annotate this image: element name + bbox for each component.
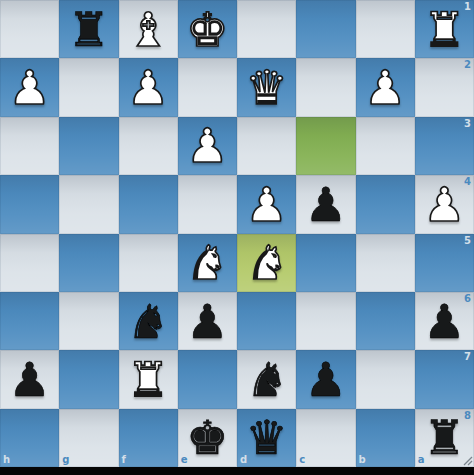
white-pawn[interactable]: ♟ <box>186 122 228 169</box>
square-f7[interactable]: ♜ <box>119 350 178 408</box>
square-g7[interactable] <box>59 350 118 408</box>
square-f4[interactable] <box>119 175 178 233</box>
square-h8[interactable]: h <box>0 409 59 467</box>
black-pawn[interactable]: ♟ <box>305 356 347 403</box>
square-a5[interactable]: 5 <box>415 234 474 292</box>
white-queen[interactable]: ♛ <box>246 64 288 111</box>
square-a7[interactable]: 7 <box>415 350 474 408</box>
square-a2[interactable]: 2 <box>415 58 474 116</box>
rank-label-7: 7 <box>464 352 471 362</box>
white-pawn[interactable]: ♟ <box>246 181 288 228</box>
square-c5[interactable] <box>296 234 355 292</box>
black-pawn[interactable]: ♟ <box>9 356 51 403</box>
file-label-c: c <box>299 455 305 465</box>
black-pawn[interactable]: ♟ <box>423 298 465 345</box>
square-d8[interactable]: ♛d <box>237 409 296 467</box>
white-pawn[interactable]: ♟ <box>364 64 406 111</box>
white-knight[interactable]: ♞ <box>246 239 288 286</box>
black-pawn[interactable]: ♟ <box>305 181 347 228</box>
square-g5[interactable] <box>59 234 118 292</box>
square-h3[interactable] <box>0 117 59 175</box>
square-g3[interactable] <box>59 117 118 175</box>
square-g2[interactable] <box>59 58 118 116</box>
square-h5[interactable] <box>0 234 59 292</box>
square-c3[interactable] <box>296 117 355 175</box>
black-knight[interactable]: ♞ <box>246 356 288 403</box>
white-rook[interactable]: ♜ <box>423 6 465 53</box>
square-c2[interactable] <box>296 58 355 116</box>
white-pawn[interactable]: ♟ <box>423 181 465 228</box>
square-d4[interactable]: ♟ <box>237 175 296 233</box>
square-d1[interactable] <box>237 0 296 58</box>
square-b4[interactable] <box>356 175 415 233</box>
board-bottom-edge <box>0 467 474 475</box>
square-b5[interactable] <box>356 234 415 292</box>
white-pawn[interactable]: ♟ <box>127 64 169 111</box>
white-pawn[interactable]: ♟ <box>9 64 51 111</box>
black-rook[interactable]: ♜ <box>423 414 465 461</box>
square-f3[interactable] <box>119 117 178 175</box>
rank-label-5: 5 <box>464 236 471 246</box>
chess-app-page: ♜♝♚♜1♟♟♛♟2♟3♟♟♟4♞♞5♞♟♟6♟♜♞♟7hgf♚e♛dcb♜a8 <box>0 0 474 475</box>
square-b6[interactable] <box>356 292 415 350</box>
square-h1[interactable] <box>0 0 59 58</box>
white-bishop[interactable]: ♝ <box>127 6 169 53</box>
square-g8[interactable]: g <box>59 409 118 467</box>
square-c8[interactable]: c <box>296 409 355 467</box>
square-b1[interactable] <box>356 0 415 58</box>
square-d7[interactable]: ♞ <box>237 350 296 408</box>
rank-label-3: 3 <box>464 119 471 129</box>
file-label-g: g <box>62 455 69 465</box>
square-a3[interactable]: 3 <box>415 117 474 175</box>
square-c1[interactable] <box>296 0 355 58</box>
square-h6[interactable] <box>0 292 59 350</box>
square-e4[interactable] <box>178 175 237 233</box>
square-b2[interactable]: ♟ <box>356 58 415 116</box>
square-f6[interactable]: ♞ <box>119 292 178 350</box>
rank-label-2: 2 <box>464 60 471 70</box>
square-b8[interactable]: b <box>356 409 415 467</box>
square-e1[interactable]: ♚ <box>178 0 237 58</box>
file-label-b: b <box>359 455 366 465</box>
square-b7[interactable] <box>356 350 415 408</box>
square-g6[interactable] <box>59 292 118 350</box>
square-a6[interactable]: ♟6 <box>415 292 474 350</box>
square-e2[interactable] <box>178 58 237 116</box>
square-e8[interactable]: ♚e <box>178 409 237 467</box>
square-f5[interactable] <box>119 234 178 292</box>
square-g1[interactable]: ♜ <box>59 0 118 58</box>
square-f1[interactable]: ♝ <box>119 0 178 58</box>
square-a1[interactable]: ♜1 <box>415 0 474 58</box>
square-a4[interactable]: ♟4 <box>415 175 474 233</box>
white-rook[interactable]: ♜ <box>127 356 169 403</box>
square-c6[interactable] <box>296 292 355 350</box>
square-f2[interactable]: ♟ <box>119 58 178 116</box>
square-d3[interactable] <box>237 117 296 175</box>
square-d6[interactable] <box>237 292 296 350</box>
resize-handle-icon[interactable] <box>461 454 473 466</box>
black-knight[interactable]: ♞ <box>127 298 169 345</box>
square-d2[interactable]: ♛ <box>237 58 296 116</box>
black-pawn[interactable]: ♟ <box>186 298 228 345</box>
square-e5[interactable]: ♞ <box>178 234 237 292</box>
square-h4[interactable] <box>0 175 59 233</box>
square-g4[interactable] <box>59 175 118 233</box>
square-e6[interactable]: ♟ <box>178 292 237 350</box>
white-king[interactable]: ♚ <box>186 6 228 53</box>
square-c7[interactable]: ♟ <box>296 350 355 408</box>
black-queen[interactable]: ♛ <box>246 414 288 461</box>
file-label-f: f <box>122 455 126 465</box>
square-e3[interactable]: ♟ <box>178 117 237 175</box>
square-f8[interactable]: f <box>119 409 178 467</box>
chess-board: ♜♝♚♜1♟♟♛♟2♟3♟♟♟4♞♞5♞♟♟6♟♜♞♟7hgf♚e♛dcb♜a8 <box>0 0 474 467</box>
black-rook[interactable]: ♜ <box>68 6 110 53</box>
square-d5[interactable]: ♞ <box>237 234 296 292</box>
file-label-h: h <box>3 455 10 465</box>
square-e7[interactable] <box>178 350 237 408</box>
square-b3[interactable] <box>356 117 415 175</box>
white-knight[interactable]: ♞ <box>186 239 228 286</box>
square-h2[interactable]: ♟ <box>0 58 59 116</box>
square-h7[interactable]: ♟ <box>0 350 59 408</box>
square-c4[interactable]: ♟ <box>296 175 355 233</box>
black-king[interactable]: ♚ <box>186 414 228 461</box>
